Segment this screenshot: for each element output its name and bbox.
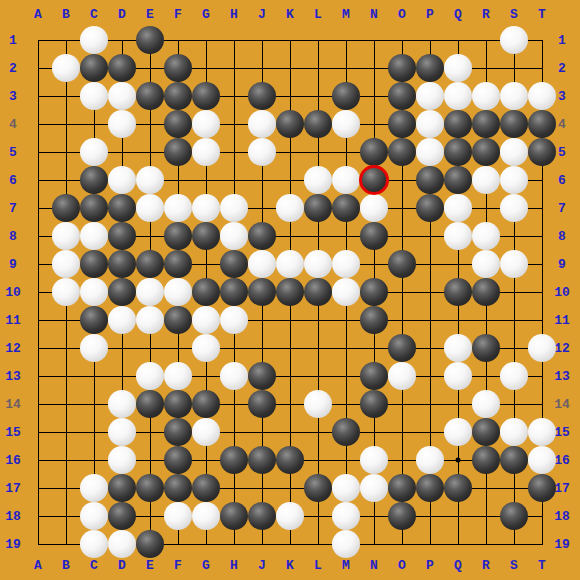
stone-white[interactable] [136, 278, 164, 306]
stone-white[interactable] [332, 278, 360, 306]
stone-black[interactable] [136, 82, 164, 110]
row-label-left: 3 [9, 89, 17, 104]
stone-black[interactable] [472, 110, 500, 138]
stone-black[interactable] [416, 474, 444, 502]
stone-black[interactable] [164, 446, 192, 474]
stone-white[interactable] [332, 166, 360, 194]
stone-white[interactable] [220, 194, 248, 222]
stone-white[interactable] [444, 222, 472, 250]
stone-white[interactable] [276, 502, 304, 530]
row-label-left: 9 [9, 257, 17, 272]
stone-black[interactable] [164, 138, 192, 166]
stone-white[interactable] [360, 474, 388, 502]
row-label-right: 8 [558, 229, 566, 244]
stone-black[interactable] [220, 250, 248, 278]
row-label-left: 18 [5, 509, 21, 524]
stone-white[interactable] [276, 250, 304, 278]
hoshi-point [456, 458, 461, 463]
go-board[interactable]: AABBCCDDEEFFGGHHJJKKLLMMNNOOPPQQRRSSTT11… [0, 0, 580, 580]
stone-white[interactable] [136, 166, 164, 194]
row-label-right: 12 [554, 341, 570, 356]
column-label-top: P [426, 7, 434, 22]
stone-black[interactable] [388, 250, 416, 278]
row-label-left: 7 [9, 201, 17, 216]
stone-white[interactable] [108, 110, 136, 138]
stone-white[interactable] [472, 82, 500, 110]
stone-black[interactable] [164, 110, 192, 138]
stone-white[interactable] [500, 250, 528, 278]
column-label-top: B [62, 7, 70, 22]
stone-white[interactable] [332, 110, 360, 138]
stone-white[interactable] [248, 110, 276, 138]
stone-black[interactable] [360, 222, 388, 250]
stone-white[interactable] [220, 362, 248, 390]
column-label-bottom: M [342, 558, 350, 573]
stone-black[interactable] [500, 446, 528, 474]
stone-white[interactable] [304, 250, 332, 278]
stone-white[interactable] [164, 362, 192, 390]
column-label-top: O [398, 7, 406, 22]
row-label-left: 1 [9, 33, 17, 48]
column-label-bottom: B [62, 558, 70, 573]
column-label-bottom: A [34, 558, 42, 573]
row-label-left: 8 [9, 229, 17, 244]
stone-white[interactable] [80, 222, 108, 250]
stone-white[interactable] [108, 418, 136, 446]
stone-white[interactable] [416, 446, 444, 474]
stone-black[interactable] [80, 194, 108, 222]
column-label-top: K [286, 7, 294, 22]
row-label-left: 2 [9, 61, 17, 76]
column-label-top: N [370, 7, 378, 22]
column-label-bottom: N [370, 558, 378, 573]
stone-white[interactable] [360, 194, 388, 222]
stone-white[interactable] [444, 362, 472, 390]
stone-white[interactable] [192, 110, 220, 138]
stone-black[interactable] [528, 110, 556, 138]
stone-white[interactable] [80, 502, 108, 530]
row-label-right: 16 [554, 453, 570, 468]
stone-black[interactable] [164, 306, 192, 334]
stone-white[interactable] [500, 138, 528, 166]
column-label-bottom: Q [454, 558, 462, 573]
stone-white[interactable] [472, 250, 500, 278]
stone-black[interactable] [276, 278, 304, 306]
stone-white[interactable] [192, 194, 220, 222]
stone-white[interactable] [164, 502, 192, 530]
stone-white[interactable] [80, 138, 108, 166]
row-label-left: 4 [9, 117, 17, 132]
stone-black[interactable] [192, 82, 220, 110]
row-label-left: 15 [5, 425, 21, 440]
stone-black[interactable] [444, 474, 472, 502]
stone-black[interactable] [416, 166, 444, 194]
row-label-left: 12 [5, 341, 21, 356]
stone-white[interactable] [52, 54, 80, 82]
stone-white[interactable] [108, 390, 136, 418]
stone-black[interactable] [136, 26, 164, 54]
row-label-right: 1 [558, 33, 566, 48]
stone-black[interactable] [304, 110, 332, 138]
stone-black[interactable] [164, 54, 192, 82]
row-label-right: 14 [554, 397, 570, 412]
stone-black[interactable] [164, 82, 192, 110]
stone-white[interactable] [472, 390, 500, 418]
stone-black[interactable] [108, 222, 136, 250]
row-label-right: 19 [554, 537, 570, 552]
row-label-right: 4 [558, 117, 566, 132]
row-label-right: 9 [558, 257, 566, 272]
column-label-bottom: L [314, 558, 322, 573]
stone-white[interactable] [164, 194, 192, 222]
row-label-right: 18 [554, 509, 570, 524]
stone-white[interactable] [80, 334, 108, 362]
stone-white[interactable] [136, 306, 164, 334]
stone-black[interactable] [500, 502, 528, 530]
stone-white[interactable] [80, 26, 108, 54]
stone-black[interactable] [500, 110, 528, 138]
stone-black[interactable] [304, 474, 332, 502]
stone-white[interactable] [192, 418, 220, 446]
stone-black[interactable] [388, 110, 416, 138]
stone-black[interactable] [472, 278, 500, 306]
stone-black[interactable] [164, 418, 192, 446]
column-label-top: F [174, 7, 182, 22]
stone-white[interactable] [332, 530, 360, 558]
column-label-top: L [314, 7, 322, 22]
stone-black[interactable] [388, 474, 416, 502]
stone-white[interactable] [500, 82, 528, 110]
column-label-top: H [230, 7, 238, 22]
stone-white[interactable] [136, 362, 164, 390]
stone-white[interactable] [248, 138, 276, 166]
stone-white[interactable] [108, 166, 136, 194]
row-label-right: 11 [554, 313, 570, 328]
stone-black[interactable] [248, 502, 276, 530]
stone-white[interactable] [332, 502, 360, 530]
stone-black[interactable] [360, 278, 388, 306]
stone-white[interactable] [80, 530, 108, 558]
stone-black[interactable] [220, 502, 248, 530]
stone-white[interactable] [444, 54, 472, 82]
stone-white[interactable] [276, 194, 304, 222]
stone-white[interactable] [444, 82, 472, 110]
row-label-left: 11 [5, 313, 21, 328]
stone-black[interactable] [528, 138, 556, 166]
stone-black[interactable] [360, 390, 388, 418]
column-label-bottom: J [258, 558, 266, 573]
column-label-bottom: O [398, 558, 406, 573]
stone-white[interactable] [192, 502, 220, 530]
stone-black[interactable] [444, 110, 472, 138]
stone-white[interactable] [472, 166, 500, 194]
stone-black[interactable] [220, 278, 248, 306]
stone-white[interactable] [528, 82, 556, 110]
stone-black[interactable] [472, 138, 500, 166]
column-label-bottom: T [538, 558, 546, 573]
stone-black[interactable] [192, 222, 220, 250]
stone-black[interactable] [332, 194, 360, 222]
column-label-bottom: K [286, 558, 294, 573]
stone-white[interactable] [304, 390, 332, 418]
stone-black[interactable] [528, 474, 556, 502]
stone-white[interactable] [80, 278, 108, 306]
row-label-left: 5 [9, 145, 17, 160]
column-label-bottom: D [118, 558, 126, 573]
row-label-left: 14 [5, 397, 21, 412]
column-label-top: M [342, 7, 350, 22]
stone-white[interactable] [444, 334, 472, 362]
stone-black[interactable] [80, 54, 108, 82]
stone-black[interactable] [248, 82, 276, 110]
stone-white[interactable] [304, 166, 332, 194]
stone-black[interactable] [52, 194, 80, 222]
stone-black[interactable] [360, 138, 388, 166]
column-label-top: G [202, 7, 210, 22]
stone-white[interactable] [416, 82, 444, 110]
stone-black[interactable] [136, 390, 164, 418]
row-label-left: 17 [5, 481, 21, 496]
stone-black[interactable] [388, 138, 416, 166]
column-label-bottom: E [146, 558, 154, 573]
row-label-right: 17 [554, 481, 570, 496]
stone-black[interactable] [248, 362, 276, 390]
stone-black[interactable] [192, 390, 220, 418]
row-label-left: 16 [5, 453, 21, 468]
last-move-marker [359, 165, 389, 195]
stone-white[interactable] [416, 138, 444, 166]
column-label-top: S [510, 7, 518, 22]
stone-black[interactable] [388, 82, 416, 110]
stone-black[interactable] [136, 474, 164, 502]
stone-black[interactable] [472, 446, 500, 474]
column-label-top: T [538, 7, 546, 22]
stone-black[interactable] [444, 278, 472, 306]
column-label-bottom: H [230, 558, 238, 573]
stone-black[interactable] [80, 166, 108, 194]
stone-black[interactable] [220, 446, 248, 474]
stone-black[interactable] [332, 418, 360, 446]
stone-white[interactable] [528, 418, 556, 446]
stone-white[interactable] [192, 306, 220, 334]
stone-white[interactable] [80, 82, 108, 110]
stone-black[interactable] [248, 390, 276, 418]
stone-black[interactable] [164, 474, 192, 502]
stone-white[interactable] [472, 222, 500, 250]
stone-white[interactable] [500, 362, 528, 390]
stone-white[interactable] [500, 418, 528, 446]
stone-black[interactable] [192, 278, 220, 306]
stone-black[interactable] [248, 222, 276, 250]
stone-white[interactable] [500, 166, 528, 194]
stone-black[interactable] [444, 166, 472, 194]
stone-black[interactable] [416, 54, 444, 82]
row-label-left: 6 [9, 173, 17, 188]
stone-black[interactable] [248, 446, 276, 474]
row-label-right: 7 [558, 201, 566, 216]
column-label-top: C [90, 7, 98, 22]
stone-white[interactable] [220, 306, 248, 334]
stone-white[interactable] [388, 362, 416, 390]
row-label-left: 19 [5, 537, 21, 552]
stone-white[interactable] [444, 418, 472, 446]
stone-black[interactable] [276, 446, 304, 474]
stone-white[interactable] [416, 110, 444, 138]
stone-white[interactable] [248, 250, 276, 278]
stone-black[interactable] [108, 194, 136, 222]
row-label-right: 10 [554, 285, 570, 300]
stone-black[interactable] [388, 502, 416, 530]
stone-white[interactable] [108, 446, 136, 474]
stone-black[interactable] [304, 278, 332, 306]
row-label-right: 13 [554, 369, 570, 384]
row-label-right: 2 [558, 61, 566, 76]
stone-white[interactable] [444, 194, 472, 222]
column-label-top: J [258, 7, 266, 22]
stone-black[interactable] [360, 306, 388, 334]
stone-black[interactable] [472, 334, 500, 362]
stone-black[interactable] [192, 474, 220, 502]
column-label-bottom: C [90, 558, 98, 573]
stone-black[interactable] [108, 54, 136, 82]
stone-white[interactable] [220, 222, 248, 250]
column-label-bottom: P [426, 558, 434, 573]
column-label-top: D [118, 7, 126, 22]
stone-black[interactable] [472, 418, 500, 446]
row-label-right: 5 [558, 145, 566, 160]
stone-white[interactable] [500, 26, 528, 54]
stone-white[interactable] [108, 306, 136, 334]
column-label-bottom: S [510, 558, 518, 573]
stone-white[interactable] [136, 194, 164, 222]
stone-black[interactable] [164, 250, 192, 278]
stone-white[interactable] [192, 138, 220, 166]
stone-black[interactable] [444, 138, 472, 166]
column-label-top: Q [454, 7, 462, 22]
stone-black[interactable] [248, 278, 276, 306]
stone-black[interactable] [276, 110, 304, 138]
stone-white[interactable] [108, 82, 136, 110]
stone-black[interactable] [108, 502, 136, 530]
stone-black[interactable] [108, 250, 136, 278]
stone-black[interactable] [108, 474, 136, 502]
stone-black[interactable] [80, 306, 108, 334]
column-label-bottom: R [482, 558, 490, 573]
stone-black[interactable] [388, 54, 416, 82]
row-label-right: 15 [554, 425, 570, 440]
row-label-left: 10 [5, 285, 21, 300]
stone-white[interactable] [52, 222, 80, 250]
stone-black[interactable] [80, 250, 108, 278]
row-label-left: 13 [5, 369, 21, 384]
row-label-right: 3 [558, 89, 566, 104]
stone-white[interactable] [164, 278, 192, 306]
stone-white[interactable] [80, 474, 108, 502]
stone-white[interactable] [332, 250, 360, 278]
stone-white[interactable] [500, 194, 528, 222]
column-label-top: E [146, 7, 154, 22]
stone-black[interactable] [164, 222, 192, 250]
column-label-bottom: F [174, 558, 182, 573]
stone-white[interactable] [52, 250, 80, 278]
stone-black[interactable] [360, 362, 388, 390]
stone-black[interactable] [164, 390, 192, 418]
stone-white[interactable] [192, 334, 220, 362]
stone-white[interactable] [108, 530, 136, 558]
stone-white[interactable] [528, 446, 556, 474]
stone-white[interactable] [528, 334, 556, 362]
row-label-right: 6 [558, 173, 566, 188]
stone-white[interactable] [52, 278, 80, 306]
column-label-bottom: G [202, 558, 210, 573]
stone-white[interactable] [360, 446, 388, 474]
stone-black[interactable] [388, 334, 416, 362]
stone-black[interactable] [108, 278, 136, 306]
column-label-top: A [34, 7, 42, 22]
stone-black[interactable] [416, 194, 444, 222]
stone-black[interactable] [136, 530, 164, 558]
column-label-top: R [482, 7, 490, 22]
stone-black[interactable] [332, 82, 360, 110]
stone-black[interactable] [304, 194, 332, 222]
stone-white[interactable] [332, 474, 360, 502]
stone-black[interactable] [136, 250, 164, 278]
